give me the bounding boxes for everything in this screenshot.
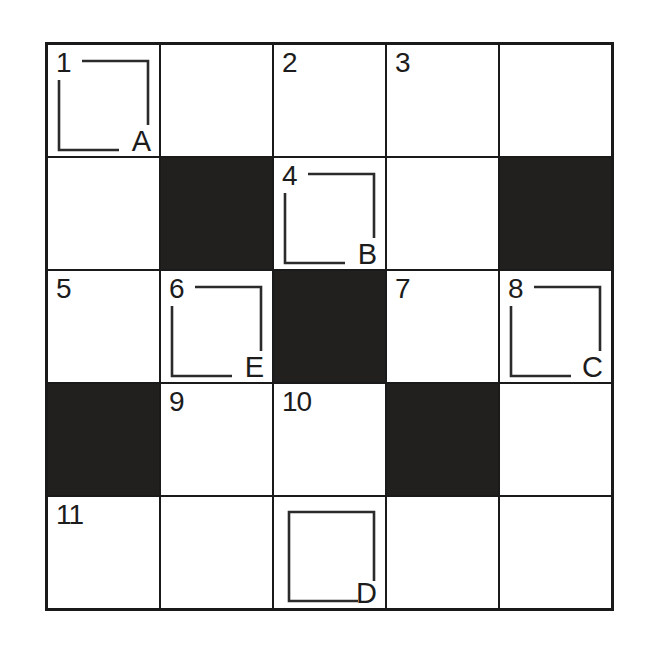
page: 1A234B56E78C91011D <box>0 0 661 657</box>
letter-label: A <box>132 127 151 156</box>
clue-number: 10 <box>282 387 311 418</box>
clue-number: 8 <box>508 274 523 305</box>
clue-number: 5 <box>56 274 71 305</box>
clue-number: 11 <box>56 500 83 531</box>
cell-r3c2[interactable]: 6E <box>161 271 272 382</box>
cell-r2c2 <box>161 158 272 269</box>
cell-r1c2[interactable] <box>161 45 272 156</box>
clue-number: 7 <box>395 274 410 305</box>
clue-number: 2 <box>282 48 297 79</box>
clue-number: 1 <box>56 48 71 79</box>
cell-r5c1[interactable]: 11 <box>48 497 159 608</box>
cell-r1c4[interactable]: 3 <box>387 45 498 156</box>
cell-r2c4[interactable] <box>387 158 498 269</box>
cell-r2c3[interactable]: 4B <box>274 158 385 269</box>
cell-r3c3 <box>274 271 385 382</box>
cell-r5c2[interactable] <box>161 497 272 608</box>
letter-label: D <box>356 579 377 608</box>
cell-r4c2[interactable]: 9 <box>161 384 272 495</box>
cell-r4c3[interactable]: 10 <box>274 384 385 495</box>
clue-number: 4 <box>282 161 297 192</box>
cell-r3c4[interactable]: 7 <box>387 271 498 382</box>
cell-r4c1 <box>48 384 159 495</box>
cell-r4c5[interactable] <box>500 384 611 495</box>
cell-r2c1[interactable] <box>48 158 159 269</box>
crossword-board: 1A234B56E78C91011D <box>45 42 614 611</box>
letter-label: C <box>582 353 603 382</box>
clue-number: 6 <box>169 274 184 305</box>
clue-number: 9 <box>169 387 184 418</box>
letter-label: B <box>358 240 377 269</box>
cell-r1c3[interactable]: 2 <box>274 45 385 156</box>
cell-r5c4[interactable] <box>387 497 498 608</box>
cell-r3c1[interactable]: 5 <box>48 271 159 382</box>
cell-r3c5[interactable]: 8C <box>500 271 611 382</box>
clue-number: 3 <box>395 48 410 79</box>
cell-r4c4 <box>387 384 498 495</box>
cell-r5c3[interactable]: D <box>274 497 385 608</box>
cell-r5c5[interactable] <box>500 497 611 608</box>
cell-r2c5 <box>500 158 611 269</box>
cell-r1c1[interactable]: 1A <box>48 45 159 156</box>
letter-label: E <box>245 353 264 382</box>
cell-r1c5[interactable] <box>500 45 611 156</box>
